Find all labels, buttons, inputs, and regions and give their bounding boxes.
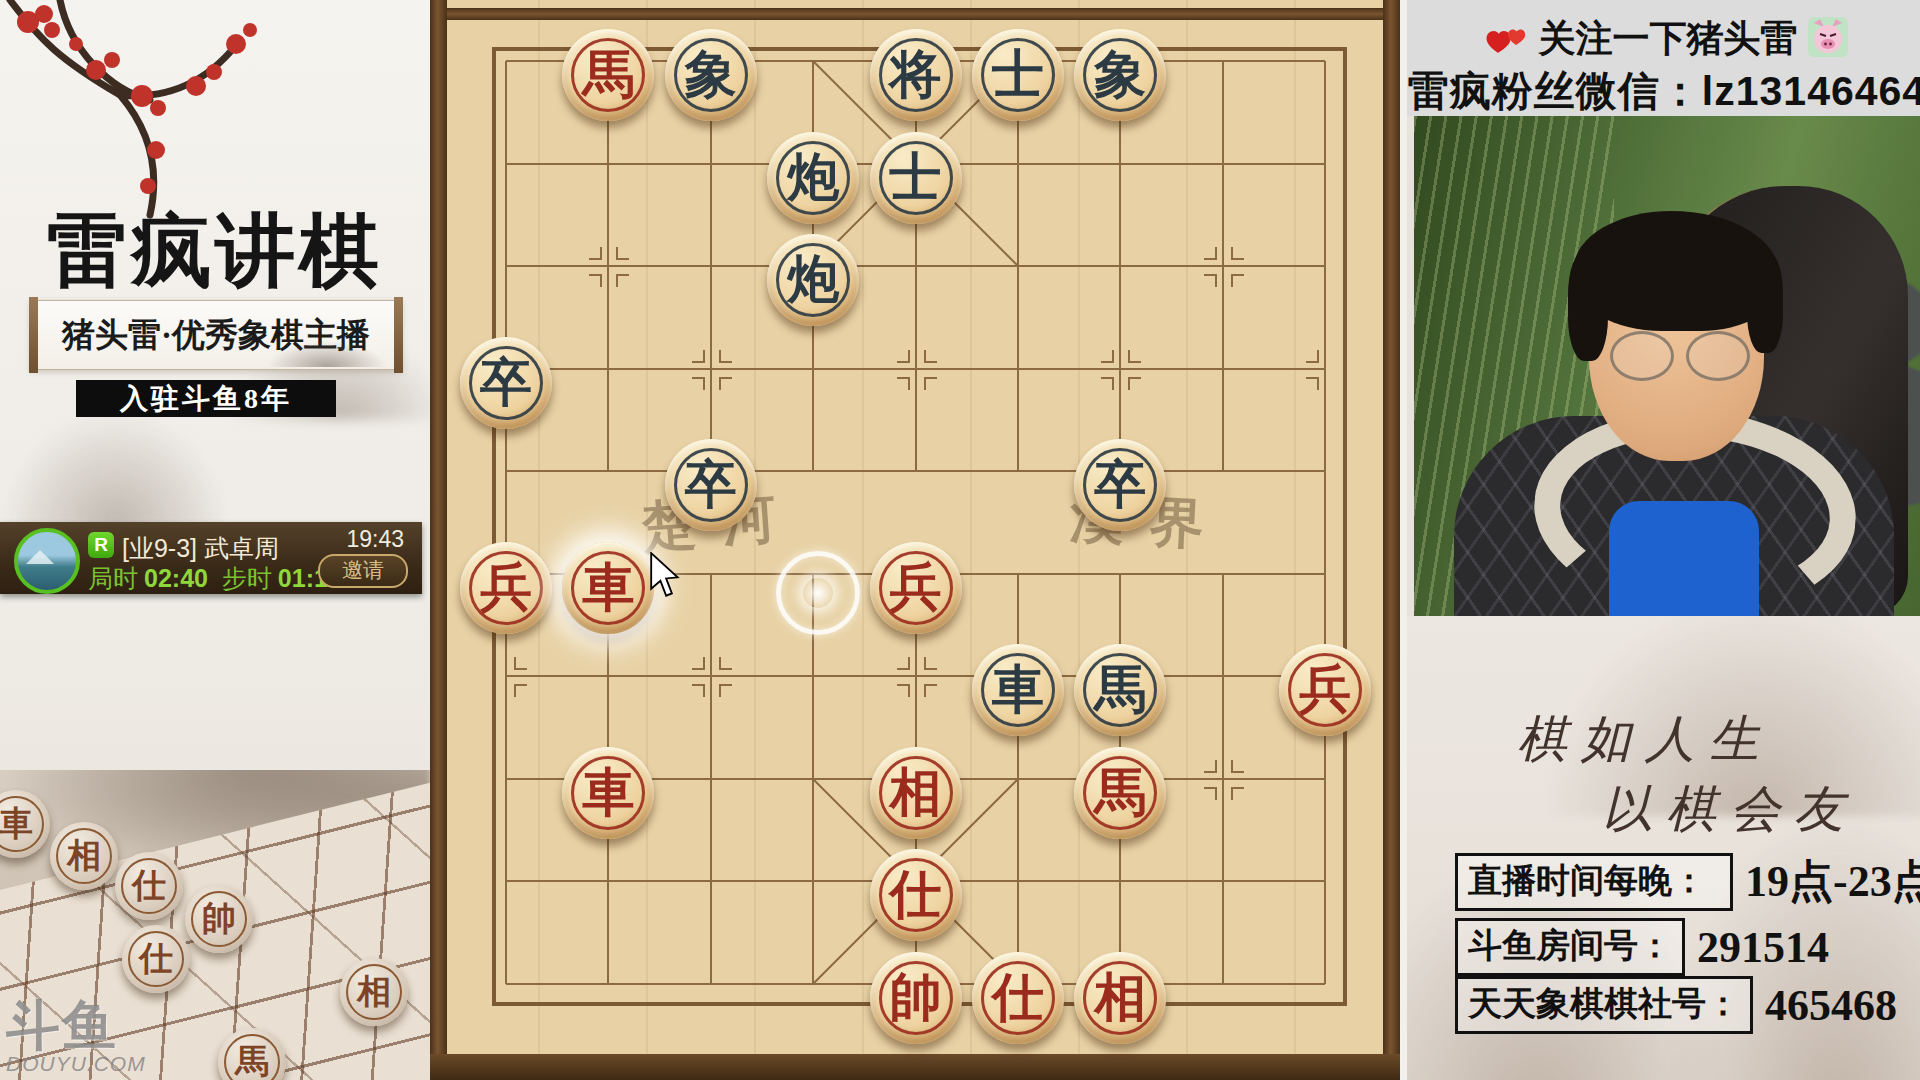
piece-ring: [776, 141, 850, 215]
stream-screenshot: 雷疯讲棋 猪头雷·优秀象棋主播 入驻斗鱼8年 R [业9-3] 武卓周 局时02…: [0, 0, 1920, 1080]
piece-ring: [776, 243, 850, 317]
board-piece-black[interactable]: 馬: [1074, 644, 1166, 736]
position-marker: [924, 657, 937, 670]
position-marker: [1306, 350, 1319, 363]
room-number-label: 斗鱼房间号：: [1455, 918, 1685, 976]
board-piece-black[interactable]: 士: [870, 132, 962, 224]
position-marker: [1231, 787, 1244, 800]
board-piece-black[interactable]: 士: [972, 29, 1064, 121]
position-marker: [1204, 247, 1217, 260]
board-piece-black[interactable]: 将: [870, 29, 962, 121]
position-marker: [719, 350, 732, 363]
hearts-icon: [1486, 23, 1528, 57]
opponent-player-bar: R [业9-3] 武卓周 局时02:40 步时01:11 19:43 邀请: [0, 522, 422, 594]
position-marker: [924, 350, 937, 363]
grid-line: [710, 574, 712, 984]
board-piece-red[interactable]: 仕: [870, 849, 962, 941]
position-marker: [897, 350, 910, 363]
position-marker: [589, 247, 602, 260]
position-marker: [1306, 377, 1319, 390]
grid-line: [1222, 574, 1224, 984]
right-bottom-panel: 棋如人生 以棋会友 直播时间每晚： 19点-23点 斗鱼房间号： 291514 …: [1407, 616, 1920, 1080]
board-piece-black[interactable]: 炮: [767, 234, 859, 326]
board-piece-black[interactable]: 炮: [767, 132, 859, 224]
ink-mountain: [0, 408, 230, 528]
invite-button[interactable]: 邀请: [318, 554, 408, 588]
position-marker: [924, 377, 937, 390]
club-number-row: 天天象棋棋社号： 465468: [1455, 976, 1897, 1034]
position-marker: [719, 684, 732, 697]
piece-ring: [879, 961, 953, 1035]
position-marker: [692, 350, 705, 363]
club-number-value: 465468: [1765, 980, 1897, 1031]
plum-blossom-art: [0, 0, 300, 230]
piece-ring: [981, 961, 1055, 1035]
board-piece-red[interactable]: 兵: [1279, 644, 1371, 736]
board-piece-red[interactable]: 車: [562, 542, 654, 634]
position-marker: [1204, 760, 1217, 773]
club-number-label: 天天象棋棋社号：: [1455, 976, 1753, 1034]
board-piece-red[interactable]: 馬: [1074, 747, 1166, 839]
channel-title: 雷疯讲棋: [0, 198, 430, 306]
piece-ring: [1083, 756, 1157, 830]
room-number-value: 291514: [1697, 922, 1829, 973]
piece-ring: [1083, 448, 1157, 522]
board-piece-red[interactable]: 仕: [972, 952, 1064, 1044]
board-frame-left: [430, 0, 447, 1080]
piece-ring: [1288, 653, 1362, 727]
grid-line: [1222, 61, 1224, 471]
piece-ring: [571, 38, 645, 112]
grid-line: [915, 61, 917, 471]
game-time: 02:40: [144, 564, 208, 592]
grid-line: [607, 61, 609, 471]
position-marker: [897, 377, 910, 390]
streamer-hair: [1574, 211, 1779, 331]
position-marker: [1204, 274, 1217, 287]
board-piece-black[interactable]: 卒: [460, 337, 552, 429]
position-marker: [589, 274, 602, 287]
blue-shirt: [1609, 501, 1759, 616]
mouse-cursor: [648, 552, 682, 598]
board-frame-bottom: [430, 1054, 1400, 1080]
board-frame-top: [430, 8, 1400, 20]
piece-ring: [879, 551, 953, 625]
position-marker: [924, 684, 937, 697]
xiangqi-board[interactable]: 楚河 漢界 馬象将士象炮士炮卒卒卒兵車兵車馬兵車相馬仕帥仕相: [430, 0, 1400, 1080]
position-marker: [616, 274, 629, 287]
decor-piece-ring: [191, 891, 247, 947]
schedule-label: 直播时间每晚：: [1455, 853, 1733, 911]
decor-piece-ring: [224, 1034, 280, 1080]
position-marker: [1231, 760, 1244, 773]
position-marker: [897, 657, 910, 670]
grid-line: [710, 61, 712, 471]
subtitle-scroll-banner: 猪头雷·优秀象棋主播: [30, 300, 402, 370]
decorative-xiangqi-photo: 車相仕帥仕相馬 斗鱼 DOUYU.COM: [0, 770, 430, 1080]
grid-line: [1119, 61, 1121, 471]
position-marker: [692, 684, 705, 697]
piece-ring: [571, 551, 645, 625]
decor-piece: 仕: [122, 925, 190, 993]
board-piece-black[interactable]: 卒: [1074, 439, 1166, 531]
board-piece-black[interactable]: 象: [1074, 29, 1166, 121]
schedule-value: 19点-23点: [1745, 852, 1920, 911]
position-marker: [514, 684, 527, 697]
position-marker: [1128, 377, 1141, 390]
decor-piece: 帥: [185, 885, 253, 953]
right-top-banner: 关注一下猪头雷 雷疯粉丝微信：lz13146464: [1407, 0, 1920, 116]
piece-ring: [981, 653, 1055, 727]
piece-ring: [571, 756, 645, 830]
board-piece-red[interactable]: 車: [562, 747, 654, 839]
webcam-video: [1414, 116, 1920, 616]
board-piece-red[interactable]: 兵: [870, 542, 962, 634]
piece-ring: [1083, 38, 1157, 112]
position-marker: [1231, 247, 1244, 260]
grid-line: [1324, 61, 1326, 984]
position-marker: [692, 377, 705, 390]
room-number-row: 斗鱼房间号： 291514: [1455, 918, 1829, 976]
player-name: [业9-3] 武卓周: [122, 532, 279, 565]
position-marker: [1101, 350, 1114, 363]
decor-piece: 相: [50, 822, 118, 890]
follow-line: 关注一下猪头雷: [1407, 14, 1920, 64]
board-piece-black[interactable]: 車: [972, 644, 1064, 736]
position-marker: [616, 247, 629, 260]
decor-piece-ring: [346, 964, 402, 1020]
douyu-watermark: 斗鱼 DOUYU.COM: [6, 998, 146, 1076]
piece-ring: [981, 38, 1055, 112]
avatar[interactable]: [14, 528, 80, 594]
position-marker: [1231, 274, 1244, 287]
player-timers: 局时02:40 步时01:11: [88, 562, 340, 595]
board-piece-black[interactable]: 象: [665, 29, 757, 121]
seniority-badge: 入驻斗鱼8年: [76, 380, 336, 417]
board-piece-red[interactable]: 兵: [460, 542, 552, 634]
position-marker: [514, 657, 527, 670]
position-marker: [719, 377, 732, 390]
position-marker: [897, 684, 910, 697]
board-piece-red[interactable]: 帥: [870, 952, 962, 1044]
piece-ring: [879, 756, 953, 830]
decor-piece-ring: [128, 931, 184, 987]
motto-line-2: 以棋会友: [1602, 776, 1858, 843]
board-frame-right: [1383, 0, 1400, 1080]
left-info-panel: 雷疯讲棋 猪头雷·优秀象棋主播 入驻斗鱼8年 R [业9-3] 武卓周 局时02…: [0, 0, 430, 1080]
piece-ring: [1083, 961, 1157, 1035]
decor-piece-ring: [56, 828, 112, 884]
decor-piece: 仕: [115, 852, 183, 920]
piece-ring: [469, 346, 543, 420]
wechat-line: 雷疯粉丝微信：lz13146464: [1407, 64, 1920, 119]
board-piece-red[interactable]: 相: [1074, 952, 1166, 1044]
piece-ring: [879, 141, 953, 215]
move-hint-ring[interactable]: [776, 551, 860, 635]
decor-piece-ring: [0, 796, 44, 852]
rank-badge: R: [88, 532, 114, 558]
board-piece-black[interactable]: 卒: [665, 439, 757, 531]
decor-piece: 相: [340, 958, 408, 1026]
position-marker: [1101, 377, 1114, 390]
board-piece-red[interactable]: 相: [870, 747, 962, 839]
position-marker: [692, 657, 705, 670]
stream-clock: 19:43: [346, 526, 404, 553]
position-marker: [1204, 787, 1217, 800]
schedule-row: 直播时间每晚： 19点-23点: [1455, 852, 1920, 911]
pig-emoji-icon: [1808, 17, 1848, 57]
piece-ring: [674, 38, 748, 112]
position-marker: [1128, 350, 1141, 363]
banner-ink-hill: [267, 341, 387, 367]
grid-line: [505, 61, 507, 984]
piece-ring: [879, 858, 953, 932]
decor-piece-ring: [121, 858, 177, 914]
piece-ring: [674, 448, 748, 522]
glasses: [1610, 331, 1750, 377]
right-info-panel: 关注一下猪头雷 雷疯粉丝微信：lz13146464: [1400, 0, 1920, 1080]
piece-ring: [879, 38, 953, 112]
position-marker: [719, 657, 732, 670]
piece-ring: [469, 551, 543, 625]
motto-line-1: 棋如人生: [1517, 706, 1773, 773]
board-piece-red[interactable]: 馬: [562, 29, 654, 121]
